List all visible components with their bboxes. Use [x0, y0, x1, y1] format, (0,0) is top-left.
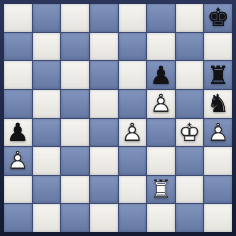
white-pawn: ♟♙ — [119, 119, 147, 147]
pawn-outline-icon: ♙ — [204, 119, 232, 146]
square-a1[interactable] — [4, 204, 32, 232]
pawn-outline-icon: ♙ — [119, 119, 147, 146]
black-pawn: ♟♙ — [147, 61, 175, 89]
pawn-outline-icon: ♙ — [4, 147, 32, 174]
square-h4[interactable]: ♟♙ — [204, 119, 232, 147]
square-g7[interactable] — [176, 33, 204, 61]
square-d5[interactable] — [90, 90, 118, 118]
square-f4[interactable] — [147, 119, 175, 147]
square-d1[interactable] — [90, 204, 118, 232]
square-g1[interactable] — [176, 204, 204, 232]
white-pawn: ♟♙ — [204, 119, 232, 147]
square-f6[interactable]: ♟♙ — [147, 61, 175, 89]
square-f2[interactable]: ♜♖ — [147, 176, 175, 204]
square-h8[interactable]: ♚♔ — [204, 4, 232, 32]
square-d8[interactable] — [90, 4, 118, 32]
square-h6[interactable]: ♜♖ — [204, 61, 232, 89]
square-f8[interactable] — [147, 4, 175, 32]
square-d6[interactable] — [90, 61, 118, 89]
square-c7[interactable] — [61, 33, 89, 61]
square-b1[interactable] — [33, 204, 61, 232]
square-a4[interactable]: ♟♙ — [4, 119, 32, 147]
square-b4[interactable] — [33, 119, 61, 147]
square-e4[interactable]: ♟♙ — [119, 119, 147, 147]
square-f1[interactable] — [147, 204, 175, 232]
square-b5[interactable] — [33, 90, 61, 118]
chess-board-frame: ♚♔♟♙♜♖♟♙♞♘♟♙♟♙♚♔♟♙♟♙♜♖ — [0, 0, 236, 236]
square-f3[interactable] — [147, 147, 175, 175]
square-b7[interactable] — [33, 33, 61, 61]
black-king: ♚♔ — [204, 4, 232, 32]
square-c6[interactable] — [61, 61, 89, 89]
square-e3[interactable] — [119, 147, 147, 175]
square-c1[interactable] — [61, 204, 89, 232]
rook-outline-icon: ♖ — [204, 61, 232, 88]
square-d4[interactable] — [90, 119, 118, 147]
square-b8[interactable] — [33, 4, 61, 32]
square-e8[interactable] — [119, 4, 147, 32]
square-a7[interactable] — [4, 33, 32, 61]
knight-outline-icon: ♘ — [204, 90, 232, 117]
square-c2[interactable] — [61, 176, 89, 204]
white-pawn: ♟♙ — [147, 90, 175, 118]
square-b6[interactable] — [33, 61, 61, 89]
chess-board: ♚♔♟♙♜♖♟♙♞♘♟♙♟♙♚♔♟♙♟♙♜♖ — [4, 4, 232, 232]
pawn-outline-icon: ♙ — [147, 61, 175, 88]
white-king: ♚♔ — [176, 119, 204, 147]
square-d7[interactable] — [90, 33, 118, 61]
square-g8[interactable] — [176, 4, 204, 32]
square-c4[interactable] — [61, 119, 89, 147]
square-d3[interactable] — [90, 147, 118, 175]
square-h1[interactable] — [204, 204, 232, 232]
square-e5[interactable] — [119, 90, 147, 118]
square-a8[interactable] — [4, 4, 32, 32]
square-e7[interactable] — [119, 33, 147, 61]
square-g3[interactable] — [176, 147, 204, 175]
square-e1[interactable] — [119, 204, 147, 232]
square-h3[interactable] — [204, 147, 232, 175]
square-g4[interactable]: ♚♔ — [176, 119, 204, 147]
square-h2[interactable] — [204, 176, 232, 204]
king-outline-icon: ♔ — [204, 4, 232, 31]
square-g2[interactable] — [176, 176, 204, 204]
square-e2[interactable] — [119, 176, 147, 204]
square-d2[interactable] — [90, 176, 118, 204]
rook-outline-icon: ♖ — [147, 176, 175, 203]
square-a3[interactable]: ♟♙ — [4, 147, 32, 175]
square-g5[interactable] — [176, 90, 204, 118]
black-rook: ♜♖ — [204, 61, 232, 89]
square-h7[interactable] — [204, 33, 232, 61]
square-g6[interactable] — [176, 61, 204, 89]
black-pawn: ♟♙ — [4, 119, 32, 147]
square-a6[interactable] — [4, 61, 32, 89]
square-b2[interactable] — [33, 176, 61, 204]
pawn-outline-icon: ♙ — [147, 90, 175, 117]
square-b3[interactable] — [33, 147, 61, 175]
king-outline-icon: ♔ — [176, 119, 204, 146]
square-c5[interactable] — [61, 90, 89, 118]
square-f7[interactable] — [147, 33, 175, 61]
white-pawn: ♟♙ — [4, 147, 32, 175]
square-c8[interactable] — [61, 4, 89, 32]
square-a2[interactable] — [4, 176, 32, 204]
white-rook: ♜♖ — [147, 176, 175, 204]
square-a5[interactable] — [4, 90, 32, 118]
square-e6[interactable] — [119, 61, 147, 89]
black-knight: ♞♘ — [204, 90, 232, 118]
square-f5[interactable]: ♟♙ — [147, 90, 175, 118]
pawn-outline-icon: ♙ — [4, 119, 32, 146]
square-c3[interactable] — [61, 147, 89, 175]
square-h5[interactable]: ♞♘ — [204, 90, 232, 118]
